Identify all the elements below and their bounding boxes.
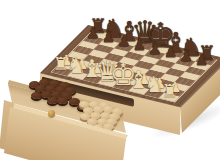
piece-black-pawn-g7: ♟ [179,49,192,64]
draughts-piece-dark-14 [57,97,68,104]
piece-white-rook-h1: ♜ [162,82,178,100]
draughts-piece-dark-13 [47,97,58,104]
draughts-piece-dark-9 [31,92,42,99]
product-photo-chess-draughts-box: ♜♞♝♛♚♝♞♜♟♟♟♟♟♟♟♟♟♟♟♟♟♟♟♟♜♞♝♛♚♝♞♜ [0,0,220,160]
piece-black-pawn-d7: ♟ [133,37,146,52]
piece-black-pawn-h7: ♟ [195,52,208,67]
piece-black-pawn-e7: ♟ [148,41,161,56]
piece-black-pawn-f7: ♟ [164,45,177,60]
piece-black-pawn-a7: ♟ [86,26,99,41]
drawer-knob [48,110,55,117]
piece-black-pawn-c7: ♟ [117,33,130,48]
piece-black-pawn-b7: ♟ [102,30,115,45]
